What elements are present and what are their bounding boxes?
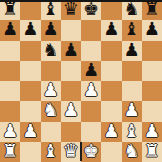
piece-white-pawn[interactable]: ♟ <box>124 101 140 119</box>
square-b6[interactable] <box>20 41 40 61</box>
square-a6[interactable] <box>0 41 20 61</box>
square-d7[interactable] <box>61 20 81 40</box>
piece-black-pawn[interactable]: ♟ <box>22 20 38 38</box>
square-c4[interactable]: ♟ <box>41 81 61 101</box>
piece-black-rook[interactable]: ♜ <box>2 0 18 18</box>
piece-white-rook[interactable]: ♜ <box>144 142 160 160</box>
piece-white-pawn[interactable]: ♟ <box>103 122 119 140</box>
piece-black-knight[interactable]: ♞ <box>124 0 140 18</box>
piece-white-bishop[interactable]: ♝ <box>43 142 59 160</box>
square-c6[interactable]: ♞ <box>41 41 61 61</box>
square-f5[interactable] <box>101 61 121 81</box>
square-d6[interactable]: ♟ <box>61 41 81 61</box>
square-c1[interactable]: ♝ <box>41 142 61 162</box>
piece-black-pawn[interactable]: ♟ <box>63 41 79 59</box>
square-c7[interactable]: ♟ <box>41 20 61 40</box>
piece-black-queen[interactable]: ♛ <box>63 0 79 18</box>
square-g1[interactable]: ♞ <box>122 142 142 162</box>
square-g3[interactable]: ♟ <box>122 101 142 121</box>
square-e1[interactable]: ♚ <box>81 142 101 162</box>
square-a7[interactable]: ♟ <box>0 20 20 40</box>
square-h5[interactable] <box>142 61 162 81</box>
square-a3[interactable] <box>0 101 20 121</box>
square-b7[interactable]: ♟ <box>20 20 40 40</box>
square-f1[interactable] <box>101 142 121 162</box>
piece-white-pawn[interactable]: ♟ <box>22 122 38 140</box>
square-d3[interactable]: ♟ <box>61 101 81 121</box>
square-h4[interactable] <box>142 81 162 101</box>
square-e2[interactable] <box>81 122 101 142</box>
square-a4[interactable] <box>0 81 20 101</box>
square-c3[interactable]: ♞ <box>41 101 61 121</box>
square-b3[interactable] <box>20 101 40 121</box>
piece-white-knight[interactable]: ♞ <box>43 101 59 119</box>
piece-black-rook[interactable]: ♜ <box>144 0 160 18</box>
piece-black-knight[interactable]: ♞ <box>43 41 59 59</box>
piece-white-pawn[interactable]: ♟ <box>2 122 18 140</box>
square-f3[interactable] <box>101 101 121 121</box>
text-cursor-artifact <box>80 142 82 161</box>
square-d1[interactable]: ♛ <box>61 142 81 162</box>
square-g8[interactable]: ♞ <box>122 0 142 20</box>
piece-black-pawn[interactable]: ♟ <box>43 20 59 38</box>
piece-white-knight[interactable]: ♞ <box>124 142 140 160</box>
square-c8[interactable]: ♝ <box>41 0 61 20</box>
square-d2[interactable] <box>61 122 81 142</box>
piece-black-bishop[interactable]: ♝ <box>124 20 140 38</box>
square-g7[interactable]: ♝ <box>122 20 142 40</box>
square-f8[interactable] <box>101 0 121 20</box>
square-d8[interactable]: ♛ <box>61 0 81 20</box>
square-h2[interactable]: ♟ <box>142 122 162 142</box>
square-h1[interactable]: ♜ <box>142 142 162 162</box>
piece-white-rook[interactable]: ♜ <box>2 142 18 160</box>
square-d4[interactable] <box>61 81 81 101</box>
piece-black-pawn[interactable]: ♟ <box>103 20 119 38</box>
piece-white-bishop[interactable]: ♝ <box>124 122 140 140</box>
square-e4[interactable]: ♟ <box>81 81 101 101</box>
chess-board[interactable]: ♜♝♛♚♞♜♟♟♟♟♝♟♞♟♟♟♟♟♞♟♟♟♟♟♝♟♜♝♛♚♞♜ <box>0 0 162 162</box>
square-b1[interactable] <box>20 142 40 162</box>
square-g2[interactable]: ♝ <box>122 122 142 142</box>
square-a8[interactable]: ♜ <box>0 0 20 20</box>
square-a5[interactable] <box>0 61 20 81</box>
square-b5[interactable] <box>20 61 40 81</box>
square-e3[interactable] <box>81 101 101 121</box>
square-e5[interactable]: ♟ <box>81 61 101 81</box>
square-a1[interactable]: ♜ <box>0 142 20 162</box>
square-a2[interactable]: ♟ <box>0 122 20 142</box>
square-g5[interactable] <box>122 61 142 81</box>
square-b8[interactable] <box>20 0 40 20</box>
piece-white-pawn[interactable]: ♟ <box>63 101 79 119</box>
square-g4[interactable] <box>122 81 142 101</box>
piece-white-pawn[interactable]: ♟ <box>43 81 59 99</box>
square-e7[interactable] <box>81 20 101 40</box>
piece-white-king[interactable]: ♚ <box>83 142 99 160</box>
square-h6[interactable] <box>142 41 162 61</box>
piece-black-pawn[interactable]: ♟ <box>83 61 99 79</box>
window-top-edge-strip <box>0 0 162 2</box>
square-f6[interactable] <box>101 41 121 61</box>
piece-black-pawn[interactable]: ♟ <box>124 41 140 59</box>
piece-white-pawn[interactable]: ♟ <box>144 122 160 140</box>
square-c2[interactable] <box>41 122 61 142</box>
square-d5[interactable] <box>61 61 81 81</box>
chess-board-wrap: ♜♝♛♚♞♜♟♟♟♟♝♟♞♟♟♟♟♟♞♟♟♟♟♟♝♟♜♝♛♚♞♜ <box>0 0 162 162</box>
square-f7[interactable]: ♟ <box>101 20 121 40</box>
square-e6[interactable] <box>81 41 101 61</box>
square-g6[interactable]: ♟ <box>122 41 142 61</box>
piece-white-pawn[interactable]: ♟ <box>83 81 99 99</box>
piece-black-pawn[interactable]: ♟ <box>2 20 18 38</box>
piece-black-bishop[interactable]: ♝ <box>43 0 59 18</box>
piece-white-queen[interactable]: ♛ <box>63 142 79 160</box>
piece-black-pawn[interactable]: ♟ <box>144 20 160 38</box>
square-b4[interactable] <box>20 81 40 101</box>
square-c5[interactable] <box>41 61 61 81</box>
square-e8[interactable]: ♚ <box>81 0 101 20</box>
square-h7[interactable]: ♟ <box>142 20 162 40</box>
square-b2[interactable]: ♟ <box>20 122 40 142</box>
square-h8[interactable]: ♜ <box>142 0 162 20</box>
square-h3[interactable] <box>142 101 162 121</box>
square-f4[interactable] <box>101 81 121 101</box>
square-f2[interactable]: ♟ <box>101 122 121 142</box>
piece-black-king[interactable]: ♚ <box>83 0 99 18</box>
